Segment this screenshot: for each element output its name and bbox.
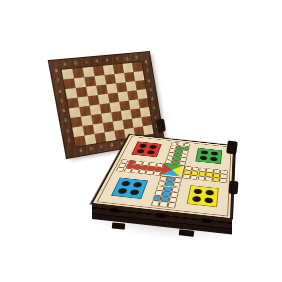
- ludo-track-cell: [167, 202, 177, 208]
- yellow-yard: [187, 185, 219, 207]
- token-slot-dot: [193, 188, 202, 194]
- chess-coordinate: d: [91, 59, 102, 64]
- chess-coordinate: f: [112, 57, 123, 62]
- box-foot: [112, 222, 126, 229]
- chess-coordinate: e: [102, 58, 113, 63]
- box-hinge: [156, 213, 165, 218]
- token-slot-dot: [204, 197, 213, 203]
- chess-coordinate: b: [86, 146, 97, 152]
- red-yard: [131, 141, 162, 157]
- chess-coordinate: c: [81, 60, 92, 65]
- box-hinge: [202, 218, 211, 223]
- token-slot-dot: [132, 182, 142, 188]
- chess-square-h1: [143, 125, 154, 135]
- token-slot-dot: [121, 181, 131, 187]
- token-slot-dot: [139, 144, 148, 148]
- token-slot-dot: [129, 189, 139, 195]
- token-slot-dot: [147, 150, 156, 155]
- chess-coordinate: c: [96, 144, 107, 150]
- product-photo: abcdefgh abcdefgh 87654321 87654321: [0, 0, 282, 282]
- chess-coordinate: d: [106, 142, 117, 148]
- token-slot-dot: [136, 149, 145, 154]
- chess-coordinate: 5: [148, 88, 155, 98]
- token-slot-dot: [210, 157, 218, 162]
- token-slot-dot: [117, 188, 128, 194]
- ludo-center-triangles: [161, 164, 183, 177]
- chess-coordinate: 8: [143, 60, 150, 70]
- box-hinge: [110, 208, 119, 213]
- chess-coordinate: b: [70, 61, 81, 66]
- green-yard: [195, 148, 222, 164]
- token-slot-dot: [192, 196, 201, 202]
- chess-coordinate: 4: [149, 97, 156, 107]
- token-slot-dot: [201, 150, 209, 154]
- chess-coordinate: a: [75, 148, 86, 154]
- chess-coordinate: g: [122, 56, 132, 61]
- box-clasp: [229, 181, 239, 195]
- token-slot-dot: [200, 156, 208, 161]
- token-slot-dot: [205, 190, 214, 196]
- chess-coordinate: 3: [151, 106, 158, 116]
- token-slot-dot: [211, 151, 218, 155]
- chess-field: [60, 61, 154, 148]
- box-clasp: [226, 140, 238, 154]
- token-slot-dot: [149, 145, 157, 149]
- ludo-track-cell: [220, 178, 228, 183]
- chess-coordinate: h: [132, 55, 142, 60]
- chess-coordinate: 7: [145, 70, 152, 80]
- chess-coordinate: a: [59, 62, 71, 67]
- chess-coordinate: 6: [146, 79, 153, 89]
- chess-board-hinge: [156, 118, 166, 132]
- blue-yard: [111, 178, 148, 199]
